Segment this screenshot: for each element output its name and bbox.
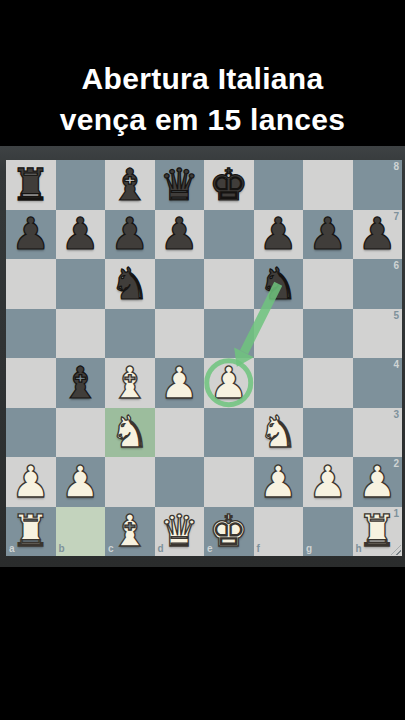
square-a6[interactable] [6,259,56,309]
square-f4[interactable] [254,358,304,408]
square-g3[interactable] [303,408,353,458]
coord-rank-8: 8 [393,162,399,172]
square-a8[interactable]: ♜ [6,160,56,210]
coord-rank-1: 1 [393,509,399,519]
square-g4[interactable] [303,358,353,408]
piece-white-pawn-e4[interactable]: ♟ [204,358,254,408]
coord-rank-3: 3 [393,410,399,420]
square-c4[interactable]: ♝ [105,358,155,408]
square-h4[interactable]: 4 [353,358,403,408]
square-e8[interactable]: ♚ [204,160,254,210]
square-h2[interactable]: 2♟ [353,457,403,507]
coord-file-c: c [108,544,114,554]
square-d4[interactable]: ♟ [155,358,205,408]
piece-black-knight-c6[interactable]: ♞ [105,259,155,309]
square-h1[interactable]: h1♜ [353,507,403,557]
square-a4[interactable] [6,358,56,408]
square-e6[interactable] [204,259,254,309]
square-a7[interactable]: ♟ [6,210,56,260]
chess-board: ♜♝♛♚8♟♟♟♟♟♟7♟♞♞65♝♝♟♟4♞♞3♟♟♟♟2♟a♜bc♝d♛e♚… [6,160,402,556]
coord-file-b: b [59,544,65,554]
square-f7[interactable]: ♟ [254,210,304,260]
piece-black-bishop-c8[interactable]: ♝ [105,160,155,210]
piece-black-pawn-a7[interactable]: ♟ [6,210,56,260]
square-c8[interactable]: ♝ [105,160,155,210]
coord-file-a: a [9,544,15,554]
square-b6[interactable] [56,259,106,309]
piece-black-rook-a8[interactable]: ♜ [6,160,56,210]
piece-white-pawn-b2[interactable]: ♟ [56,457,106,507]
square-h7[interactable]: 7♟ [353,210,403,260]
piece-black-pawn-f7[interactable]: ♟ [254,210,304,260]
square-b7[interactable]: ♟ [56,210,106,260]
square-g2[interactable]: ♟ [303,457,353,507]
square-f6[interactable]: ♞ [254,259,304,309]
coord-file-h: h [356,544,362,554]
square-a2[interactable]: ♟ [6,457,56,507]
square-c5[interactable] [105,309,155,359]
piece-black-pawn-c7[interactable]: ♟ [105,210,155,260]
square-a1[interactable]: a♜ [6,507,56,557]
video-title: Abertura Italiana vença em 15 lances [0,58,405,140]
square-h3[interactable]: 3 [353,408,403,458]
coord-rank-4: 4 [393,360,399,370]
piece-black-knight-f6[interactable]: ♞ [254,259,304,309]
piece-black-bishop-b4[interactable]: ♝ [56,358,106,408]
square-f8[interactable] [254,160,304,210]
piece-white-bishop-c4[interactable]: ♝ [105,358,155,408]
square-c6[interactable]: ♞ [105,259,155,309]
square-c1[interactable]: c♝ [105,507,155,557]
video-title-line2: vença em 15 lances [0,99,405,140]
piece-white-pawn-f2[interactable]: ♟ [254,457,304,507]
coord-file-d: d [158,544,164,554]
coord-file-g: g [306,544,312,554]
square-e1[interactable]: e♚ [204,507,254,557]
square-g6[interactable] [303,259,353,309]
coord-rank-6: 6 [393,261,399,271]
square-b2[interactable]: ♟ [56,457,106,507]
square-e2[interactable] [204,457,254,507]
coord-rank-7: 7 [393,212,399,222]
square-b1[interactable]: b [56,507,106,557]
square-g5[interactable] [303,309,353,359]
square-g7[interactable]: ♟ [303,210,353,260]
piece-black-pawn-d7[interactable]: ♟ [155,210,205,260]
coord-file-e: e [207,544,213,554]
square-b5[interactable] [56,309,106,359]
piece-white-knight-f3[interactable]: ♞ [254,408,304,458]
square-d5[interactable] [155,309,205,359]
square-b3[interactable] [56,408,106,458]
coord-rank-5: 5 [393,311,399,321]
square-b8[interactable] [56,160,106,210]
piece-white-pawn-a2[interactable]: ♟ [6,457,56,507]
square-d3[interactable] [155,408,205,458]
square-d8[interactable]: ♛ [155,160,205,210]
square-h8[interactable]: 8 [353,160,403,210]
square-d2[interactable] [155,457,205,507]
piece-black-pawn-b7[interactable]: ♟ [56,210,106,260]
square-c2[interactable] [105,457,155,507]
square-d7[interactable]: ♟ [155,210,205,260]
piece-white-knight-c3[interactable]: ♞ [105,408,155,458]
square-h5[interactable]: 5 [353,309,403,359]
square-f1[interactable]: f [254,507,304,557]
square-e7[interactable] [204,210,254,260]
square-d6[interactable] [155,259,205,309]
square-f3[interactable]: ♞ [254,408,304,458]
square-f2[interactable]: ♟ [254,457,304,507]
square-g1[interactable]: g [303,507,353,557]
square-c7[interactable]: ♟ [105,210,155,260]
square-a3[interactable] [6,408,56,458]
square-h6[interactable]: 6 [353,259,403,309]
square-e5[interactable] [204,309,254,359]
piece-white-pawn-g2[interactable]: ♟ [303,457,353,507]
piece-black-queen-d8[interactable]: ♛ [155,160,205,210]
square-g8[interactable] [303,160,353,210]
square-e4[interactable]: ♟ [204,358,254,408]
square-c3[interactable]: ♞ [105,408,155,458]
coord-rank-2: 2 [393,459,399,469]
piece-black-pawn-g7[interactable]: ♟ [303,210,353,260]
square-d1[interactable]: d♛ [155,507,205,557]
square-f5[interactable] [254,309,304,359]
square-b4[interactable]: ♝ [56,358,106,408]
square-e3[interactable] [204,408,254,458]
piece-black-king-e8[interactable]: ♚ [204,160,254,210]
video-title-line1: Abertura Italiana [0,58,405,99]
piece-white-pawn-d4[interactable]: ♟ [155,358,205,408]
coord-file-f: f [257,544,260,554]
square-a5[interactable] [6,309,56,359]
